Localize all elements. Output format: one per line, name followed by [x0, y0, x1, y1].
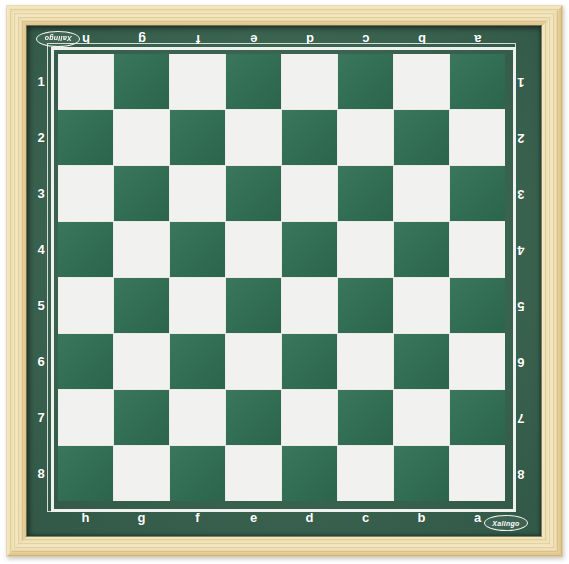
chessboard-photo: hgfedcbahgfedcba1234567812345678 Xalingo…	[0, 0, 569, 564]
file-label-top-e: e	[250, 32, 257, 46]
wood-frame-top-rail	[6, 5, 563, 27]
square-h3	[58, 166, 113, 221]
square-b2	[394, 110, 449, 165]
file-label-bottom-b: b	[418, 511, 426, 525]
square-g3	[114, 166, 169, 221]
rank-label-left-2: 2	[37, 131, 44, 145]
square-b3	[394, 166, 449, 221]
square-e3	[226, 166, 281, 221]
chess-grid	[58, 54, 505, 501]
square-g1	[114, 54, 169, 109]
square-a7	[450, 390, 505, 445]
rank-label-right-3: 3	[517, 187, 524, 201]
square-g2	[114, 110, 169, 165]
file-label-top-c: c	[362, 32, 369, 46]
rank-label-left-8: 8	[37, 467, 44, 481]
file-label-top-b: b	[418, 32, 426, 46]
square-a5	[450, 278, 505, 333]
file-label-bottom-e: e	[250, 511, 257, 525]
rank-label-right-8: 8	[517, 467, 524, 481]
square-d7	[282, 390, 337, 445]
square-b5	[394, 278, 449, 333]
square-b6	[394, 334, 449, 389]
wood-frame-left-rail	[6, 5, 28, 557]
square-f6	[170, 334, 225, 389]
square-c5	[338, 278, 393, 333]
rank-label-left-1: 1	[37, 75, 44, 89]
file-label-top-a: a	[474, 32, 481, 46]
square-c8	[338, 446, 393, 501]
square-d8	[282, 446, 337, 501]
brand-logo-top-left: Xalingo	[36, 31, 80, 47]
square-b1	[394, 54, 449, 109]
wood-frame-right-rail	[541, 5, 563, 557]
square-f5	[170, 278, 225, 333]
square-b4	[394, 222, 449, 277]
file-label-bottom-c: c	[362, 511, 369, 525]
square-g5	[114, 278, 169, 333]
rank-label-left-6: 6	[37, 355, 44, 369]
square-b7	[394, 390, 449, 445]
square-f4	[170, 222, 225, 277]
file-label-top-d: d	[306, 32, 314, 46]
rank-label-left-3: 3	[37, 187, 44, 201]
square-g4	[114, 222, 169, 277]
square-g6	[114, 334, 169, 389]
square-a8	[450, 446, 505, 501]
square-h4	[58, 222, 113, 277]
square-h8	[58, 446, 113, 501]
square-h6	[58, 334, 113, 389]
file-label-bottom-h: h	[82, 511, 90, 525]
file-label-bottom-d: d	[306, 511, 314, 525]
square-g7	[114, 390, 169, 445]
file-label-bottom-g: g	[138, 511, 146, 525]
square-f8	[170, 446, 225, 501]
square-f7	[170, 390, 225, 445]
rank-label-right-7: 7	[517, 411, 524, 425]
square-c3	[338, 166, 393, 221]
rank-label-left-5: 5	[37, 299, 44, 313]
square-a6	[450, 334, 505, 389]
square-d3	[282, 166, 337, 221]
square-d5	[282, 278, 337, 333]
square-e4	[226, 222, 281, 277]
square-a2	[450, 110, 505, 165]
square-e1	[226, 54, 281, 109]
brand-logo-bottom-right: Xalingo	[484, 515, 528, 531]
file-label-bottom-f: f	[195, 511, 199, 525]
square-e8	[226, 446, 281, 501]
square-a4	[450, 222, 505, 277]
square-f2	[170, 110, 225, 165]
square-e5	[226, 278, 281, 333]
square-c7	[338, 390, 393, 445]
square-c2	[338, 110, 393, 165]
square-e6	[226, 334, 281, 389]
square-c1	[338, 54, 393, 109]
square-e7	[226, 390, 281, 445]
file-label-top-f: f	[195, 32, 199, 46]
square-a1	[450, 54, 505, 109]
square-b8	[394, 446, 449, 501]
square-d6	[282, 334, 337, 389]
square-c6	[338, 334, 393, 389]
square-h7	[58, 390, 113, 445]
square-g8	[114, 446, 169, 501]
rank-label-right-4: 4	[517, 243, 524, 257]
square-h5	[58, 278, 113, 333]
square-a3	[450, 166, 505, 221]
square-h2	[58, 110, 113, 165]
rank-label-right-2: 2	[517, 131, 524, 145]
rank-label-right-5: 5	[517, 299, 524, 313]
rank-label-left-4: 4	[37, 243, 44, 257]
square-f1	[170, 54, 225, 109]
square-d1	[282, 54, 337, 109]
file-label-bottom-a: a	[474, 511, 481, 525]
square-f3	[170, 166, 225, 221]
rank-label-right-1: 1	[517, 75, 524, 89]
square-h1	[58, 54, 113, 109]
square-c4	[338, 222, 393, 277]
wood-frame-bottom-rail	[6, 535, 563, 557]
square-d4	[282, 222, 337, 277]
file-label-top-g: g	[138, 32, 146, 46]
rank-label-left-7: 7	[37, 411, 44, 425]
file-label-top-h: h	[82, 32, 90, 46]
square-d2	[282, 110, 337, 165]
square-e2	[226, 110, 281, 165]
rank-label-right-6: 6	[517, 355, 524, 369]
